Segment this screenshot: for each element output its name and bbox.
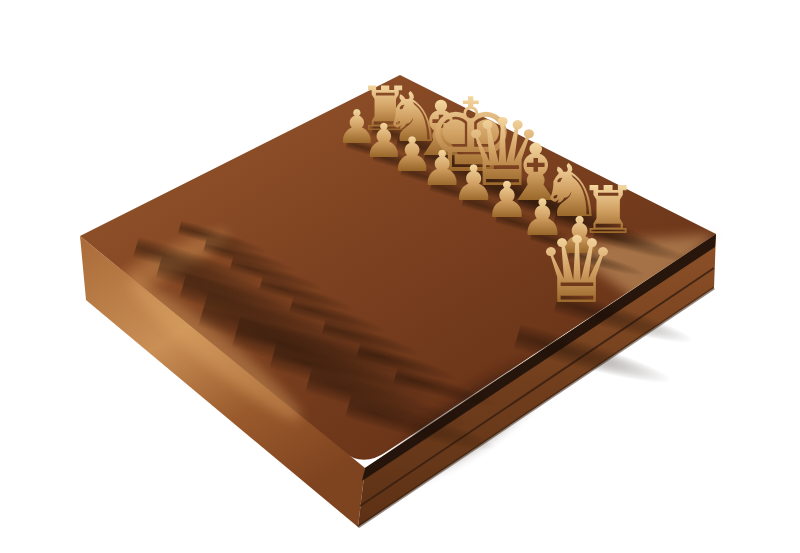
chess-photo-scene: { "game": "chess", "scene": { "descripti… (0, 0, 800, 553)
piece-bR-a8[interactable]: ♜ (325, 323, 414, 422)
black-piece-glyph: ♜ (325, 323, 414, 422)
spare-queen-black[interactable]: ♛ (493, 250, 586, 354)
black-piece-glyph: ♛ (493, 250, 586, 354)
